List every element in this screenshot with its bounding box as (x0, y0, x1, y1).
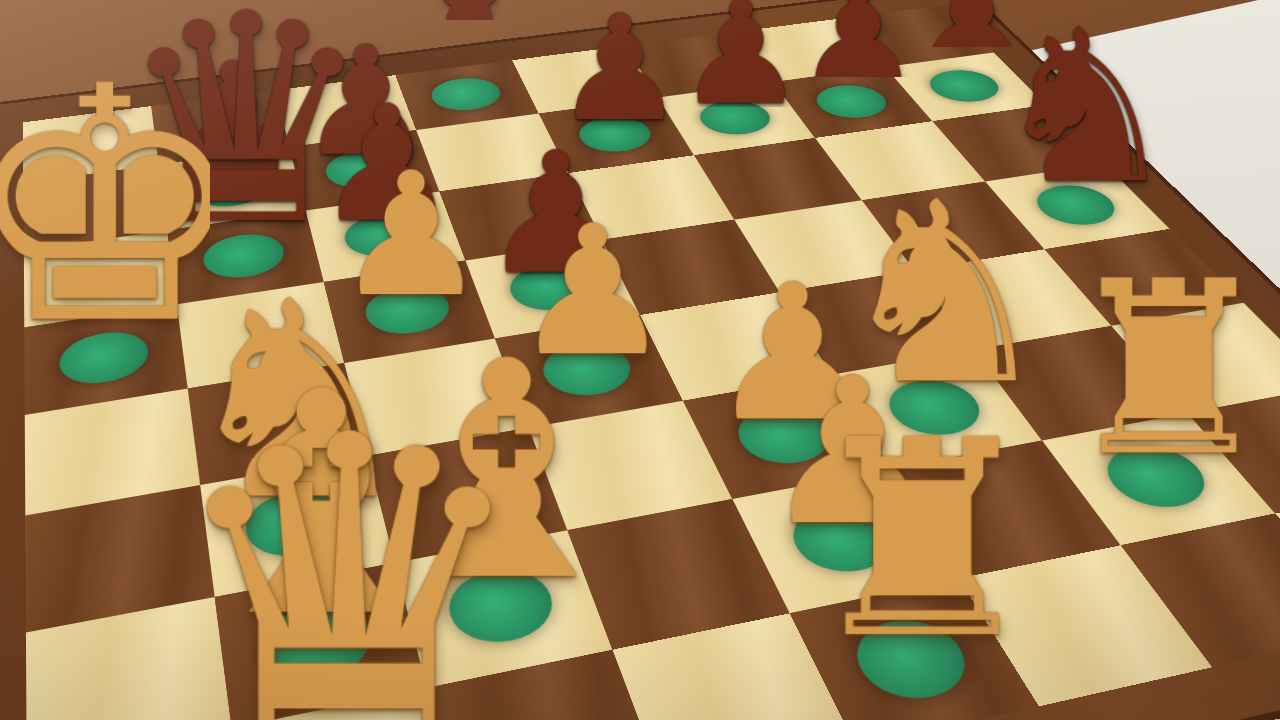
board-plane: ♝♟♟♟♟♟♟♛♟♚♟♟♞♟♞♟♞♝♝♟♜♛♜ (0, 0, 1280, 720)
piece-white-rook-e1: ♜ (728, 405, 1116, 677)
chessboard-photo: ♝♟♟♟♟♟♟♛♟♚♟♟♞♟♞♟♞♝♝♟♜♛♜ (0, 0, 1280, 720)
piece-white-queen-b1: ♛ (139, 383, 557, 720)
board-frame: ♝♟♟♟♟♟♟♛♟♚♟♟♞♟♞♟♞♝♝♟♜♛♜ (0, 0, 1280, 720)
square-b1: ♛ (232, 688, 465, 720)
board-grid: ♝♟♟♟♟♟♟♛♟♚♟♟♞♟♞♟♞♝♝♟♜♛♜ (23, 5, 1280, 720)
